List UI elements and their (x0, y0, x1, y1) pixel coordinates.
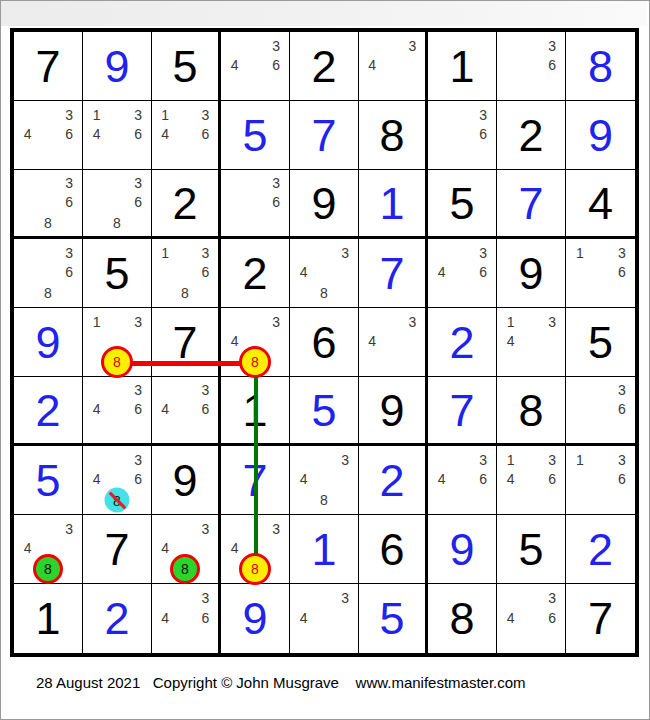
given-digit: 8 (497, 377, 565, 443)
highlighted-candidate-8: 8 (105, 488, 130, 513)
cell-r6c6: 9 (359, 377, 428, 446)
candidate-8: 8 (44, 216, 52, 230)
cell-r9c4: 9 (221, 584, 290, 653)
chain-link-8 (254, 363, 258, 570)
candidate-4: 4 (300, 265, 308, 279)
candidate-6: 6 (202, 611, 210, 625)
solved-digit: 9 (428, 515, 496, 583)
sudoku-board: 7953462341368346134613465783629368368236… (10, 28, 639, 657)
candidate-3: 3 (272, 176, 280, 190)
solved-digit: 2 (83, 584, 151, 653)
highlighted-candidate-8: 8 (239, 553, 271, 585)
candidate-3: 3 (202, 383, 210, 397)
given-digit: 7 (566, 584, 635, 653)
cell-r8c3: 348 (152, 515, 221, 584)
candidate-6: 6 (134, 402, 142, 416)
candidate-3: 3 (548, 591, 556, 605)
candidate-6: 6 (272, 195, 280, 209)
cell-r3c9: 4 (566, 170, 635, 239)
candidate-6: 6 (618, 472, 626, 486)
candidate-6: 6 (272, 58, 280, 72)
solved-digit: 5 (14, 446, 82, 514)
solved-digit: 9 (83, 32, 151, 100)
candidate-4: 4 (438, 472, 446, 486)
cell-r4c5: 348 (290, 239, 359, 308)
solved-digit: 7 (359, 239, 425, 307)
candidate-3: 3 (409, 315, 417, 329)
candidate-6: 6 (548, 611, 556, 625)
cell-r1c5: 2 (290, 32, 359, 101)
given-digit: 1 (428, 32, 496, 100)
candidate-3: 3 (548, 453, 556, 467)
cell-r9c9: 7 (566, 584, 635, 653)
candidate-3: 3 (618, 383, 626, 397)
cell-r3c1: 368 (14, 170, 83, 239)
candidate-4: 4 (368, 334, 376, 348)
candidate-6: 6 (134, 127, 142, 141)
candidate-1: 1 (507, 453, 515, 467)
cell-r6c8: 8 (497, 377, 566, 446)
candidate-4: 4 (24, 541, 32, 555)
candidate-1: 1 (161, 108, 169, 122)
cell-r4c9: 136 (566, 239, 635, 308)
candidate-3: 3 (479, 108, 487, 122)
candidate-1: 1 (507, 315, 515, 329)
candidate-8: 8 (320, 286, 328, 300)
candidate-4: 4 (231, 541, 239, 555)
cell-r2c9: 9 (566, 101, 635, 170)
candidate-6: 6 (65, 265, 73, 279)
candidate-3: 3 (548, 315, 556, 329)
cell-r7c2: 3468 (83, 446, 152, 515)
candidate-6: 6 (65, 127, 73, 141)
given-digit: 9 (290, 170, 358, 236)
candidate-8: 8 (113, 216, 121, 230)
solved-digit: 7 (497, 170, 565, 236)
cell-r2c5: 7 (290, 101, 359, 170)
candidate-6: 6 (479, 265, 487, 279)
candidate-8: 8 (320, 493, 328, 507)
candidate-4: 4 (161, 541, 169, 555)
candidate-3: 3 (272, 315, 280, 329)
candidate-6: 6 (202, 127, 210, 141)
cell-r1c1: 7 (14, 32, 83, 101)
given-digit: 2 (152, 170, 218, 236)
candidate-6: 6 (618, 402, 626, 416)
elimination-strike (108, 492, 126, 510)
cell-r6c7: 7 (428, 377, 497, 446)
cell-r9c2: 2 (83, 584, 152, 653)
candidate-3: 3 (341, 591, 349, 605)
candidate-4: 4 (93, 472, 101, 486)
given-digit: 5 (152, 32, 218, 100)
page: 7953462341368346134613465783629368368236… (0, 0, 650, 720)
solved-digit: 2 (14, 377, 82, 443)
cell-r9c1: 1 (14, 584, 83, 653)
cell-r5c9: 5 (566, 308, 635, 377)
candidate-4: 4 (507, 611, 515, 625)
cell-r7c3: 9 (152, 446, 221, 515)
given-digit: 2 (290, 32, 358, 100)
solved-digit: 2 (359, 446, 425, 514)
candidate-6: 6 (134, 195, 142, 209)
cell-r1c3: 5 (152, 32, 221, 101)
cell-r3c4: 36 (221, 170, 290, 239)
solved-digit: 7 (428, 377, 496, 443)
solved-digit: 1 (290, 515, 358, 583)
candidate-4: 4 (24, 127, 32, 141)
cell-r2c2: 1346 (83, 101, 152, 170)
cell-r4c1: 368 (14, 239, 83, 308)
candidate-1: 1 (576, 453, 584, 467)
given-digit: 2 (497, 101, 565, 169)
given-digit: 9 (359, 377, 425, 443)
candidate-8: 8 (181, 286, 189, 300)
given-digit: 8 (359, 101, 425, 169)
cell-r8c6: 6 (359, 515, 428, 584)
cell-r2c7: 36 (428, 101, 497, 170)
solved-digit: 5 (290, 377, 358, 443)
cell-r2c4: 5 (221, 101, 290, 170)
cell-r4c6: 7 (359, 239, 428, 308)
cell-r1c2: 9 (83, 32, 152, 101)
candidate-3: 3 (65, 108, 73, 122)
cell-r5c8: 134 (497, 308, 566, 377)
candidate-6: 6 (479, 127, 487, 141)
cell-r3c7: 5 (428, 170, 497, 239)
candidate-4: 4 (300, 472, 308, 486)
cell-r9c6: 5 (359, 584, 428, 653)
candidate-6: 6 (202, 402, 210, 416)
candidate-3: 3 (202, 591, 210, 605)
candidate-3: 3 (479, 246, 487, 260)
candidate-6: 6 (65, 195, 73, 209)
cell-r5c3: 7 (152, 308, 221, 377)
cell-r7c6: 2 (359, 446, 428, 515)
given-digit: 4 (566, 170, 635, 236)
cell-r8c5: 1 (290, 515, 359, 584)
solved-digit: 5 (221, 101, 289, 169)
candidate-6: 6 (134, 472, 142, 486)
candidate-6: 6 (548, 472, 556, 486)
cell-r5c5: 6 (290, 308, 359, 377)
cell-r8c8: 5 (497, 515, 566, 584)
given-digit: 5 (497, 515, 565, 583)
cell-r3c2: 368 (83, 170, 152, 239)
candidate-3: 3 (202, 108, 210, 122)
cell-r1c4: 346 (221, 32, 290, 101)
candidate-4: 4 (507, 472, 515, 486)
cell-r1c6: 34 (359, 32, 428, 101)
candidate-3: 3 (341, 453, 349, 467)
given-digit: 5 (83, 239, 151, 307)
candidate-3: 3 (65, 522, 73, 536)
top-gray-band (1, 1, 647, 26)
candidate-6: 6 (479, 472, 487, 486)
candidate-3: 3 (272, 39, 280, 53)
given-digit: 5 (566, 308, 635, 376)
cell-r8c9: 2 (566, 515, 635, 584)
cell-r5c6: 34 (359, 308, 428, 377)
cell-r7c7: 346 (428, 446, 497, 515)
given-digit: 6 (290, 308, 358, 376)
cell-r2c8: 2 (497, 101, 566, 170)
cell-r7c9: 136 (566, 446, 635, 515)
cell-r3c6: 1 (359, 170, 428, 239)
candidate-4: 4 (231, 58, 239, 72)
cell-r5c4: 348 (221, 308, 290, 377)
candidate-4: 4 (93, 402, 101, 416)
cell-r4c3: 1368 (152, 239, 221, 308)
candidate-3: 3 (618, 453, 626, 467)
candidate-3: 3 (479, 453, 487, 467)
candidate-3: 3 (134, 176, 142, 190)
candidate-1: 1 (161, 246, 169, 260)
given-digit: 2 (221, 239, 289, 307)
candidate-4: 4 (368, 58, 376, 72)
cell-r6c3: 346 (152, 377, 221, 446)
cell-r3c8: 7 (497, 170, 566, 239)
cell-r9c3: 346 (152, 584, 221, 653)
candidate-3: 3 (409, 39, 417, 53)
candidate-8: 8 (44, 286, 52, 300)
given-digit: 7 (14, 32, 82, 100)
highlighted-candidate-8: 8 (170, 554, 200, 584)
candidate-4: 4 (231, 334, 239, 348)
candidate-3: 3 (272, 522, 280, 536)
candidate-3: 3 (341, 246, 349, 260)
candidate-6: 6 (548, 58, 556, 72)
given-digit: 6 (359, 515, 425, 583)
given-digit: 9 (152, 446, 218, 514)
solved-digit: 5 (359, 584, 425, 653)
solved-digit: 2 (566, 515, 635, 583)
cell-r4c8: 9 (497, 239, 566, 308)
cell-r1c8: 36 (497, 32, 566, 101)
cell-r8c7: 9 (428, 515, 497, 584)
candidate-3: 3 (134, 315, 142, 329)
solved-digit: 1 (359, 170, 425, 236)
given-digit: 7 (83, 515, 151, 583)
solved-digit: 7 (290, 101, 358, 169)
cell-r5c2: 138 (83, 308, 152, 377)
candidate-3: 3 (65, 176, 73, 190)
cell-r2c1: 346 (14, 101, 83, 170)
candidate-4: 4 (161, 611, 169, 625)
cell-r8c2: 7 (83, 515, 152, 584)
candidate-3: 3 (65, 246, 73, 260)
candidate-4: 4 (300, 611, 308, 625)
cell-r2c6: 8 (359, 101, 428, 170)
cell-r4c7: 346 (428, 239, 497, 308)
candidate-4: 4 (438, 265, 446, 279)
highlighted-candidate-8: 8 (101, 346, 133, 378)
candidate-4: 4 (507, 334, 515, 348)
solved-digit: 8 (566, 32, 635, 100)
cell-r2c3: 1346 (152, 101, 221, 170)
cell-r1c9: 8 (566, 32, 635, 101)
cell-r3c5: 9 (290, 170, 359, 239)
cell-r4c4: 2 (221, 239, 290, 308)
candidate-6: 6 (202, 265, 210, 279)
candidate-4: 4 (161, 127, 169, 141)
solved-digit: 9 (566, 101, 635, 169)
solved-digit: 9 (221, 584, 289, 653)
cell-r7c8: 1346 (497, 446, 566, 515)
candidate-3: 3 (548, 39, 556, 53)
cell-r6c1: 2 (14, 377, 83, 446)
candidate-3: 3 (134, 453, 142, 467)
candidate-1: 1 (93, 315, 101, 329)
cell-r7c1: 5 (14, 446, 83, 515)
cell-r9c5: 34 (290, 584, 359, 653)
candidate-3: 3 (134, 383, 142, 397)
given-digit: 8 (428, 584, 496, 653)
cell-r3c3: 2 (152, 170, 221, 239)
candidate-1: 1 (576, 246, 584, 260)
cell-r6c5: 5 (290, 377, 359, 446)
candidate-4: 4 (93, 127, 101, 141)
solved-digit: 2 (428, 308, 496, 376)
highlighted-candidate-8: 8 (33, 554, 63, 584)
footer-caption: 28 August 2021 Copyright © John Musgrave… (36, 674, 526, 691)
solved-digit: 9 (14, 308, 82, 376)
candidate-3: 3 (202, 246, 210, 260)
cell-r1c7: 1 (428, 32, 497, 101)
highlighted-candidate-8: 8 (239, 346, 271, 378)
chain-link-8 (118, 361, 256, 366)
cell-r6c2: 346 (83, 377, 152, 446)
cell-r5c7: 2 (428, 308, 497, 377)
given-digit: 5 (428, 170, 496, 236)
cell-r6c9: 36 (566, 377, 635, 446)
candidate-4: 4 (161, 402, 169, 416)
cell-r9c8: 346 (497, 584, 566, 653)
given-digit: 7 (152, 308, 218, 376)
cell-r4c2: 5 (83, 239, 152, 308)
candidate-3: 3 (618, 246, 626, 260)
cell-r8c1: 348 (14, 515, 83, 584)
cell-r9c7: 8 (428, 584, 497, 653)
given-digit: 1 (14, 584, 82, 653)
cell-r7c5: 348 (290, 446, 359, 515)
candidate-3: 3 (134, 108, 142, 122)
candidate-6: 6 (618, 265, 626, 279)
candidate-1: 1 (93, 108, 101, 122)
given-digit: 9 (497, 239, 565, 307)
candidate-3: 3 (202, 522, 210, 536)
cell-r5c1: 9 (14, 308, 83, 377)
